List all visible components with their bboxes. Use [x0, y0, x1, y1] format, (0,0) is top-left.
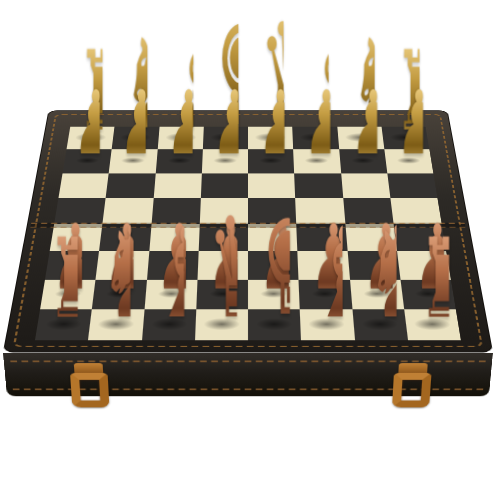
front-stitch-top: [10, 360, 485, 362]
copper-bishop-icon: ♝: [153, 210, 184, 335]
clasp-left: [69, 363, 109, 408]
brass-pawn-icon: ♟: [304, 80, 331, 168]
brass-pawn-icon: ♟: [396, 80, 423, 168]
brass-pawn-icon: ♟: [350, 80, 377, 168]
brass-pawn-icon: ♟: [258, 80, 285, 168]
chess-set-photo: ♜♞♝♚♛♝♞♜♟♟♟♟♟♟♟♟♟♟♟♟♟♟♟♟♜♞♝♛♚♝♞♜: [0, 0, 500, 500]
piece-copper-rook-a1[interactable]: ♜: [35, 309, 92, 340]
copper-rook-icon: ♜: [47, 225, 78, 335]
copper-king-icon: ♚: [259, 174, 290, 339]
copper-queen-icon: ♛: [206, 192, 237, 337]
clasp-loop-icon: [392, 373, 432, 408]
tilted-case: ♜♞♝♚♛♝♞♜♟♟♟♟♟♟♟♟♟♟♟♟♟♟♟♟♜♞♝♛♚♝♞♜: [3, 110, 493, 352]
copper-knight-icon: ♞: [100, 210, 131, 335]
clasp-loop-icon: [70, 373, 109, 408]
brass-pawn-icon: ♟: [212, 80, 239, 168]
brass-pawn-icon: ♟: [165, 80, 192, 168]
piece-brass-pawn-a7[interactable]: ♟: [63, 149, 112, 173]
brass-pawn-icon: ♟: [119, 80, 146, 168]
leather-case-top: ♜♞♝♚♛♝♞♜♟♟♟♟♟♟♟♟♟♟♟♟♟♟♟♟♜♞♝♛♚♝♞♜: [3, 110, 493, 352]
perspective-wrapper: ♜♞♝♚♛♝♞♜♟♟♟♟♟♟♟♟♟♟♟♟♟♟♟♟♜♞♝♛♚♝♞♜: [28, 0, 468, 439]
brass-pawn-icon: ♟: [73, 80, 100, 168]
case-front-face: [3, 353, 493, 397]
clasp-right: [392, 363, 432, 408]
pieces-layer: ♜♞♝♚♛♝♞♜♟♟♟♟♟♟♟♟♟♟♟♟♟♟♟♟♜♞♝♛♚♝♞♜: [3, 110, 493, 352]
copper-knight-icon: ♞: [365, 210, 396, 335]
